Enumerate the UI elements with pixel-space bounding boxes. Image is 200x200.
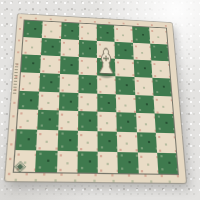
- square-g1[interactable]: [137, 153, 158, 174]
- square-d3[interactable]: [78, 111, 98, 131]
- square-a3[interactable]: [17, 110, 38, 130]
- chess-board: ♝ ◈: [5, 14, 186, 183]
- square-g8[interactable]: [132, 26, 150, 43]
- square-h6[interactable]: [151, 60, 170, 78]
- square-h2[interactable]: [156, 133, 177, 153]
- square-c2[interactable]: [57, 131, 78, 152]
- square-c6[interactable]: [59, 56, 78, 74]
- square-f3[interactable]: [117, 113, 137, 133]
- square-e8[interactable]: [97, 25, 115, 42]
- square-d2[interactable]: [77, 131, 97, 152]
- square-c1[interactable]: [56, 151, 77, 173]
- white-bishop[interactable]: ♝: [94, 45, 118, 78]
- square-h4[interactable]: [153, 95, 173, 114]
- square-f2[interactable]: [117, 132, 137, 153]
- square-b7[interactable]: [41, 38, 60, 56]
- square-f8[interactable]: [114, 25, 132, 42]
- square-h8[interactable]: [149, 27, 167, 44]
- square-g7[interactable]: [132, 43, 151, 61]
- square-f5[interactable]: [116, 76, 135, 95]
- square-b5[interactable]: [39, 73, 59, 92]
- square-a7[interactable]: [22, 37, 42, 55]
- square-a2[interactable]: [15, 129, 37, 150]
- square-f4[interactable]: [116, 94, 135, 113]
- square-a8[interactable]: [23, 20, 42, 38]
- square-e4[interactable]: [97, 93, 116, 112]
- square-h5[interactable]: [152, 77, 171, 96]
- board-grid: ♝: [13, 19, 179, 175]
- square-e6[interactable]: ♝: [97, 58, 116, 76]
- square-e2[interactable]: [98, 132, 118, 153]
- square-g6[interactable]: [133, 59, 152, 77]
- square-h3[interactable]: [154, 114, 174, 134]
- square-f1[interactable]: [118, 152, 139, 173]
- square-h7[interactable]: [150, 44, 169, 61]
- square-c5[interactable]: [59, 74, 78, 93]
- square-c3[interactable]: [58, 111, 78, 131]
- square-b8[interactable]: [42, 21, 61, 38]
- square-c4[interactable]: [58, 92, 78, 112]
- square-g3[interactable]: [136, 113, 156, 133]
- square-d4[interactable]: [78, 93, 97, 112]
- square-b4[interactable]: [38, 91, 58, 111]
- photo-background: ♝ ◈: [0, 0, 200, 200]
- square-b6[interactable]: [40, 55, 60, 74]
- square-b2[interactable]: [36, 130, 57, 151]
- square-a6[interactable]: [21, 54, 41, 73]
- square-d1[interactable]: [77, 151, 98, 172]
- square-a4[interactable]: [18, 90, 39, 110]
- square-c7[interactable]: [60, 39, 79, 57]
- square-h1[interactable]: [157, 153, 178, 174]
- square-d8[interactable]: [79, 23, 97, 40]
- square-g2[interactable]: [136, 133, 156, 153]
- maker-logo-icon: ◈: [14, 158, 27, 173]
- square-g5[interactable]: [134, 77, 153, 96]
- square-b1[interactable]: [35, 151, 57, 173]
- square-g4[interactable]: [135, 95, 155, 114]
- square-a5[interactable]: [20, 72, 41, 91]
- square-e1[interactable]: [98, 152, 118, 173]
- square-e3[interactable]: [97, 112, 117, 132]
- square-c8[interactable]: [61, 22, 79, 39]
- square-b3[interactable]: [37, 110, 58, 130]
